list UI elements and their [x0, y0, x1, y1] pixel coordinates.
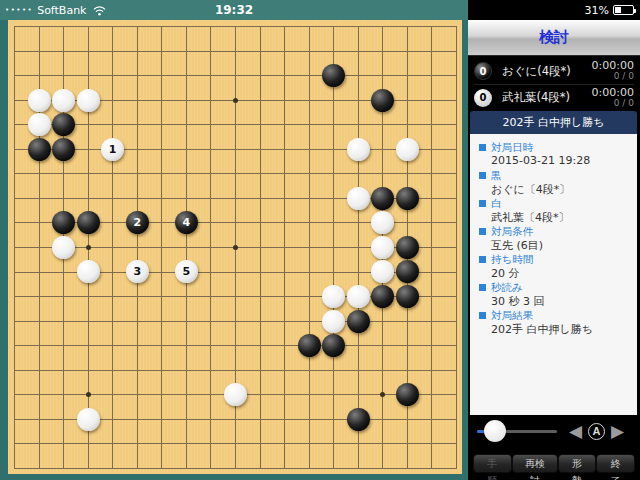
black-stone	[77, 211, 100, 234]
battery-icon	[613, 5, 634, 15]
players-list: 0おぐに(4段*)0:00:000 / 00武礼葉(4段*)0:00:000 /…	[468, 56, 640, 111]
white-stone-numbered: 3	[126, 260, 149, 283]
black-captures-badge: 0	[474, 62, 492, 80]
status-bar-right: 31%	[468, 0, 640, 20]
bullet-icon	[479, 200, 486, 207]
player-clock: 0:00:000 / 0	[592, 87, 634, 109]
white-stone	[347, 138, 370, 161]
player-name: 武礼葉(4段*)	[502, 90, 570, 105]
white-stone	[396, 138, 419, 161]
bullet-icon	[479, 172, 486, 179]
bullet-icon	[479, 228, 486, 235]
white-stone-numbered: 5	[175, 260, 198, 283]
player-row: 0おぐに(4段*)0:00:000 / 0	[474, 58, 634, 84]
info-value: 互先 (6目)	[476, 238, 631, 252]
black-stone	[347, 310, 370, 333]
action-button-形勢[interactable]: 形 勢	[558, 454, 597, 473]
info-label: 持ち時間	[491, 253, 533, 267]
review-controls: ◀ A ▶ 手 順再検討形 勢終 了	[468, 415, 640, 480]
game-info-card: 対局日時2015-03-21 19:28黒おぐに〔4段*〕白武礼葉〔4段*〕対局…	[470, 134, 637, 415]
white-stone	[322, 310, 345, 333]
white-stone	[77, 89, 100, 112]
action-button-終了[interactable]: 終 了	[596, 454, 635, 473]
info-label: 対局条件	[491, 225, 533, 239]
info-item: 対局結果202手 白中押し勝ち	[476, 309, 631, 336]
player-clock: 0:00:000 / 0	[592, 60, 634, 82]
battery-percent-label: 31%	[585, 4, 609, 17]
white-stone	[371, 236, 394, 259]
navigation-row: ◀ A ▶	[468, 418, 640, 444]
player-periods: 0 / 0	[592, 72, 634, 82]
previous-move-button[interactable]: ◀	[569, 423, 582, 440]
bullet-icon	[479, 256, 486, 263]
next-move-button[interactable]: ▶	[611, 423, 624, 440]
black-stone	[52, 113, 75, 136]
move-slider[interactable]	[477, 420, 557, 442]
bullet-icon	[479, 312, 486, 319]
black-stone	[396, 236, 419, 259]
black-stone	[371, 285, 394, 308]
review-mode-button[interactable]: 検討	[468, 20, 640, 56]
info-label: 黒	[491, 169, 502, 183]
info-item: 対局日時2015-03-21 19:28	[476, 141, 631, 168]
black-stone	[52, 138, 75, 161]
black-stone	[28, 138, 51, 161]
black-stone	[298, 334, 321, 357]
info-item: 秒読み30 秒 3 回	[476, 281, 631, 308]
info-label: 白	[491, 197, 502, 211]
info-value: おぐに〔4段*〕	[476, 182, 631, 196]
review-mode-label: 検討	[539, 28, 569, 47]
white-stone	[52, 89, 75, 112]
white-stone	[347, 285, 370, 308]
player-name: おぐに(4段*)	[502, 64, 571, 79]
action-buttons-row: 手 順再検討形 勢終 了	[468, 454, 640, 473]
board-area: 12435	[0, 20, 468, 480]
white-stone-numbered: 1	[101, 138, 124, 161]
white-stone	[77, 260, 100, 283]
black-stone-numbered: 2	[126, 211, 149, 234]
slider-knob[interactable]	[484, 420, 506, 442]
action-button-再検討[interactable]: 再検討	[512, 454, 558, 473]
black-stone	[396, 187, 419, 210]
white-stone	[224, 383, 247, 406]
black-stone	[396, 285, 419, 308]
info-label: 秒読み	[491, 281, 523, 295]
player-time: 0:00:00	[592, 87, 634, 99]
white-stone	[77, 408, 100, 431]
white-stone	[371, 211, 394, 234]
white-stone	[322, 285, 345, 308]
go-board[interactable]: 12435	[8, 20, 462, 474]
info-value: 202手 白中押し勝ち	[476, 322, 631, 336]
info-item: 持ち時間20 分	[476, 253, 631, 280]
black-stone	[52, 211, 75, 234]
info-item: 対局条件互先 (6目)	[476, 225, 631, 252]
bullet-icon	[479, 284, 486, 291]
white-captures-badge: 0	[474, 89, 492, 107]
info-label: 対局結果	[491, 309, 533, 323]
black-stone	[371, 187, 394, 210]
black-stone	[322, 64, 345, 87]
white-stone	[52, 236, 75, 259]
black-stone	[396, 383, 419, 406]
white-stone	[371, 260, 394, 283]
info-value: 30 秒 3 回	[476, 294, 631, 308]
info-item: 黒おぐに〔4段*〕	[476, 169, 631, 196]
white-stone	[28, 113, 51, 136]
review-panel: 検討 0おぐに(4段*)0:00:000 / 00武礼葉(4段*)0:00:00…	[468, 20, 640, 480]
info-label: 対局日時	[491, 141, 533, 155]
black-stone	[322, 334, 345, 357]
action-button-手順[interactable]: 手 順	[473, 454, 512, 473]
info-value: 武礼葉〔4段*〕	[476, 210, 631, 224]
game-result-bar: 202手 白中押し勝ち	[470, 111, 637, 134]
black-stone	[371, 89, 394, 112]
info-value: 20 分	[476, 266, 631, 280]
black-stone-numbered: 4	[175, 211, 198, 234]
player-periods: 0 / 0	[592, 99, 634, 109]
white-stone	[347, 187, 370, 210]
info-value: 2015-03-21 19:28	[476, 154, 631, 168]
black-stone	[396, 260, 419, 283]
annotate-button[interactable]: A	[588, 423, 605, 440]
stones-layer: 12435	[2, 14, 468, 480]
info-item: 白武礼葉〔4段*〕	[476, 197, 631, 224]
black-stone	[347, 408, 370, 431]
white-stone	[28, 89, 51, 112]
bullet-icon	[479, 144, 486, 151]
player-row: 0武礼葉(4段*)0:00:000 / 0	[474, 84, 634, 110]
